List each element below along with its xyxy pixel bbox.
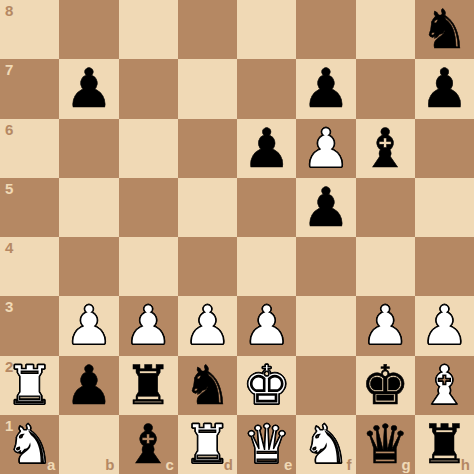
square-f4[interactable] xyxy=(296,237,355,296)
square-d8[interactable] xyxy=(178,0,237,59)
square-d7[interactable] xyxy=(178,59,237,118)
square-b1[interactable]: b xyxy=(59,415,118,474)
square-e3[interactable]: ♟ xyxy=(237,296,296,355)
square-f5[interactable]: ♟ xyxy=(296,178,355,237)
square-d5[interactable] xyxy=(178,178,237,237)
square-g1[interactable]: g♛ xyxy=(356,415,415,474)
square-f7[interactable]: ♟ xyxy=(296,59,355,118)
square-a1[interactable]: 1a♞ xyxy=(0,415,59,474)
square-b6[interactable] xyxy=(59,119,118,178)
square-g7[interactable] xyxy=(356,59,415,118)
square-f2[interactable] xyxy=(296,356,355,415)
square-e8[interactable] xyxy=(237,0,296,59)
file-label-b: b xyxy=(105,457,114,472)
square-f6[interactable]: ♟ xyxy=(296,119,355,178)
piece-black-rook-c2[interactable]: ♜ xyxy=(124,356,172,415)
square-b3[interactable]: ♟ xyxy=(59,296,118,355)
square-a4[interactable]: 4 xyxy=(0,237,59,296)
piece-white-rook-d1[interactable]: ♜ xyxy=(183,415,231,474)
piece-white-knight-a1[interactable]: ♞ xyxy=(5,415,53,474)
square-c8[interactable] xyxy=(119,0,178,59)
piece-black-rook-h1[interactable]: ♜ xyxy=(420,415,468,474)
square-a6[interactable]: 6 xyxy=(0,119,59,178)
square-a5[interactable]: 5 xyxy=(0,178,59,237)
square-a3[interactable]: 3 xyxy=(0,296,59,355)
square-e1[interactable]: e♛ xyxy=(237,415,296,474)
piece-white-knight-f1[interactable]: ♞ xyxy=(302,415,350,474)
square-d6[interactable] xyxy=(178,119,237,178)
square-b5[interactable] xyxy=(59,178,118,237)
square-h5[interactable] xyxy=(415,178,474,237)
square-h2[interactable]: ♝ xyxy=(415,356,474,415)
square-g8[interactable] xyxy=(356,0,415,59)
piece-white-rook-a2[interactable]: ♜ xyxy=(5,356,53,415)
square-e7[interactable] xyxy=(237,59,296,118)
piece-white-pawn-h3[interactable]: ♟ xyxy=(420,296,468,355)
square-c4[interactable] xyxy=(119,237,178,296)
piece-black-knight-h8[interactable]: ♞ xyxy=(420,0,468,59)
square-h7[interactable]: ♟ xyxy=(415,59,474,118)
rank-label-6: 6 xyxy=(5,122,13,137)
square-f8[interactable] xyxy=(296,0,355,59)
square-g2[interactable]: ♚ xyxy=(356,356,415,415)
square-d2[interactable]: ♞ xyxy=(178,356,237,415)
square-c6[interactable] xyxy=(119,119,178,178)
piece-black-bishop-c1[interactable]: ♝ xyxy=(124,415,172,474)
square-f3[interactable] xyxy=(296,296,355,355)
piece-white-pawn-g3[interactable]: ♟ xyxy=(361,296,409,355)
rank-label-5: 5 xyxy=(5,181,13,196)
square-g3[interactable]: ♟ xyxy=(356,296,415,355)
piece-white-pawn-e3[interactable]: ♟ xyxy=(242,296,290,355)
rank-label-3: 3 xyxy=(5,299,13,314)
square-h1[interactable]: h♜ xyxy=(415,415,474,474)
square-c2[interactable]: ♜ xyxy=(119,356,178,415)
square-c7[interactable] xyxy=(119,59,178,118)
piece-black-pawn-f7[interactable]: ♟ xyxy=(302,59,350,118)
square-e5[interactable] xyxy=(237,178,296,237)
square-b8[interactable] xyxy=(59,0,118,59)
square-g5[interactable] xyxy=(356,178,415,237)
square-f1[interactable]: f♞ xyxy=(296,415,355,474)
piece-black-pawn-h7[interactable]: ♟ xyxy=(420,59,468,118)
rank-label-8: 8 xyxy=(5,3,13,18)
piece-black-queen-g1[interactable]: ♛ xyxy=(361,415,409,474)
square-a2[interactable]: 2♜ xyxy=(0,356,59,415)
square-e4[interactable] xyxy=(237,237,296,296)
rank-label-7: 7 xyxy=(5,62,13,77)
square-b4[interactable] xyxy=(59,237,118,296)
piece-black-pawn-b7[interactable]: ♟ xyxy=(65,59,113,118)
square-c5[interactable] xyxy=(119,178,178,237)
piece-black-pawn-e6[interactable]: ♟ xyxy=(242,119,290,178)
piece-black-knight-d2[interactable]: ♞ xyxy=(183,356,231,415)
piece-white-pawn-c3[interactable]: ♟ xyxy=(124,296,172,355)
piece-black-bishop-g6[interactable]: ♝ xyxy=(361,119,409,178)
square-d4[interactable] xyxy=(178,237,237,296)
square-b2[interactable]: ♟ xyxy=(59,356,118,415)
square-e2[interactable]: ♚ xyxy=(237,356,296,415)
piece-white-bishop-h2[interactable]: ♝ xyxy=(420,356,468,415)
piece-white-pawn-d3[interactable]: ♟ xyxy=(183,296,231,355)
square-h4[interactable] xyxy=(415,237,474,296)
rank-label-4: 4 xyxy=(5,240,13,255)
piece-white-pawn-b3[interactable]: ♟ xyxy=(65,296,113,355)
square-h8[interactable]: ♞ xyxy=(415,0,474,59)
square-a7[interactable]: 7 xyxy=(0,59,59,118)
square-h6[interactable] xyxy=(415,119,474,178)
square-b7[interactable]: ♟ xyxy=(59,59,118,118)
piece-black-pawn-b2[interactable]: ♟ xyxy=(65,356,113,415)
square-d1[interactable]: d♜ xyxy=(178,415,237,474)
piece-white-king-e2[interactable]: ♚ xyxy=(242,356,290,415)
piece-black-king-g2[interactable]: ♚ xyxy=(361,356,409,415)
piece-black-pawn-f5[interactable]: ♟ xyxy=(302,178,350,237)
piece-white-queen-e1[interactable]: ♛ xyxy=(242,415,290,474)
piece-white-pawn-f6[interactable]: ♟ xyxy=(302,119,350,178)
square-g4[interactable] xyxy=(356,237,415,296)
square-c1[interactable]: c♝ xyxy=(119,415,178,474)
square-c3[interactable]: ♟ xyxy=(119,296,178,355)
square-e6[interactable]: ♟ xyxy=(237,119,296,178)
square-g6[interactable]: ♝ xyxy=(356,119,415,178)
square-d3[interactable]: ♟ xyxy=(178,296,237,355)
square-a8[interactable]: 8 xyxy=(0,0,59,59)
chess-board: 8♞7♟♟♟6♟♟♝5♟43♟♟♟♟♟♟2♜♟♜♞♚♚♝1a♞bc♝d♜e♛f♞… xyxy=(0,0,474,474)
square-h3[interactable]: ♟ xyxy=(415,296,474,355)
